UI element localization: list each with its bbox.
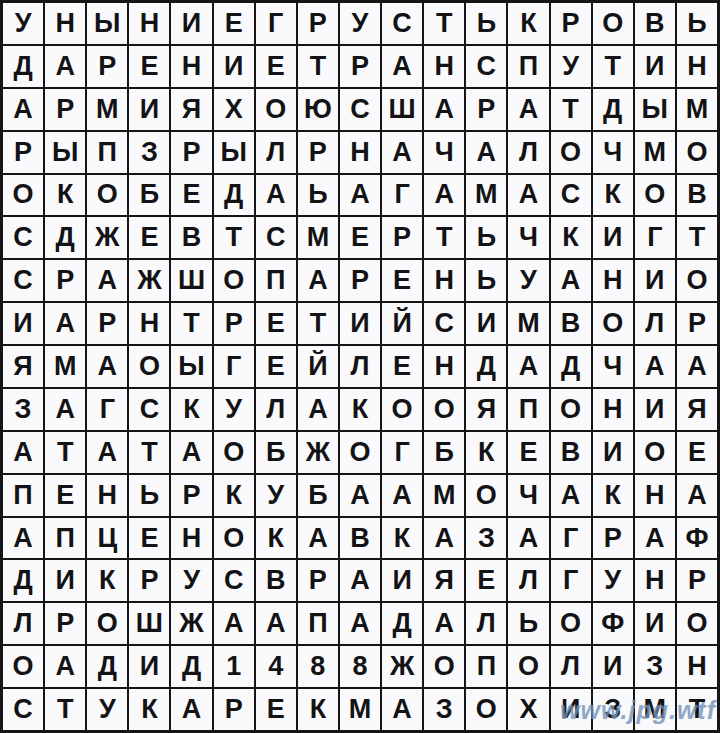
grid-cell[interactable]: Н <box>45 3 85 44</box>
grid-cell[interactable]: Н <box>635 475 675 516</box>
grid-cell[interactable]: А <box>298 389 338 430</box>
grid-cell[interactable]: О <box>214 518 254 559</box>
grid-cell[interactable]: Л <box>340 346 380 387</box>
grid-cell[interactable]: А <box>171 432 211 473</box>
grid-cell[interactable]: И <box>635 260 675 301</box>
grid-cell[interactable]: А <box>298 518 338 559</box>
grid-cell[interactable]: И <box>593 217 633 258</box>
grid-cell[interactable]: И <box>129 89 169 130</box>
grid-cell[interactable]: Ы <box>635 89 675 130</box>
grid-cell[interactable]: О <box>214 432 254 473</box>
grid-cell[interactable]: Р <box>340 46 380 87</box>
grid-cell[interactable]: А <box>256 603 296 644</box>
grid-cell[interactable]: Р <box>129 560 169 601</box>
grid-cell[interactable]: Д <box>551 346 591 387</box>
grid-cell[interactable]: 4 <box>256 646 296 687</box>
grid-cell[interactable]: Т <box>45 689 85 730</box>
grid-cell[interactable]: А <box>551 260 591 301</box>
grid-cell[interactable]: К <box>340 389 380 430</box>
grid-cell[interactable]: Т <box>171 303 211 344</box>
grid-cell[interactable]: О <box>214 260 254 301</box>
grid-cell[interactable]: О <box>424 389 464 430</box>
grid-cell[interactable]: З <box>466 518 506 559</box>
grid-cell[interactable]: Ь <box>129 475 169 516</box>
grid-cell[interactable]: А <box>171 689 211 730</box>
grid-cell[interactable]: Ы <box>171 346 211 387</box>
grid-cell[interactable]: И <box>382 560 422 601</box>
grid-cell[interactable]: Ш <box>129 603 169 644</box>
grid-cell[interactable]: А <box>508 89 548 130</box>
grid-cell[interactable]: Ю <box>298 89 338 130</box>
grid-cell[interactable]: В <box>171 217 211 258</box>
grid-cell[interactable]: Т <box>424 217 464 258</box>
grid-cell[interactable]: И <box>3 303 43 344</box>
grid-cell[interactable]: Р <box>298 3 338 44</box>
grid-cell[interactable]: И <box>466 303 506 344</box>
grid-cell[interactable]: Ы <box>87 3 127 44</box>
grid-cell[interactable]: Е <box>171 175 211 216</box>
grid-cell[interactable]: Ч <box>424 132 464 173</box>
grid-cell[interactable]: Д <box>3 560 43 601</box>
grid-cell[interactable]: О <box>551 132 591 173</box>
grid-cell[interactable]: Я <box>424 560 464 601</box>
grid-cell[interactable]: Г <box>635 217 675 258</box>
grid-cell[interactable]: Ь <box>466 260 506 301</box>
grid-cell[interactable]: А <box>424 175 464 216</box>
grid-cell[interactable]: Н <box>171 518 211 559</box>
grid-cell[interactable]: Р <box>298 560 338 601</box>
grid-cell[interactable]: Б <box>298 475 338 516</box>
grid-cell[interactable]: К <box>593 175 633 216</box>
grid-cell[interactable]: Т <box>214 217 254 258</box>
grid-cell[interactable]: К <box>466 432 506 473</box>
grid-cell[interactable]: К <box>256 518 296 559</box>
grid-cell[interactable]: В <box>551 432 591 473</box>
grid-cell[interactable]: Л <box>256 132 296 173</box>
grid-cell[interactable]: Г <box>87 389 127 430</box>
grid-cell[interactable]: Ч <box>508 475 548 516</box>
grid-cell[interactable]: З <box>635 646 675 687</box>
grid-cell[interactable]: Г <box>551 518 591 559</box>
grid-cell[interactable]: А <box>340 475 380 516</box>
grid-cell[interactable]: Т <box>298 46 338 87</box>
grid-cell[interactable]: И <box>45 560 85 601</box>
grid-cell[interactable]: Т <box>298 303 338 344</box>
grid-cell[interactable]: Е <box>256 46 296 87</box>
grid-cell[interactable]: А <box>3 89 43 130</box>
grid-cell[interactable]: К <box>214 475 254 516</box>
grid-cell[interactable]: А <box>87 432 127 473</box>
grid-cell[interactable]: Ж <box>129 260 169 301</box>
grid-cell[interactable]: О <box>87 603 127 644</box>
grid-cell[interactable]: П <box>256 260 296 301</box>
grid-cell[interactable]: С <box>3 689 43 730</box>
grid-cell[interactable]: О <box>3 646 43 687</box>
grid-cell[interactable]: У <box>593 560 633 601</box>
grid-cell[interactable]: Г <box>382 175 422 216</box>
grid-cell[interactable]: Р <box>171 475 211 516</box>
grid-cell[interactable]: Г <box>256 3 296 44</box>
grid-cell[interactable]: Н <box>171 46 211 87</box>
grid-cell[interactable]: П <box>298 603 338 644</box>
grid-cell[interactable]: А <box>677 475 717 516</box>
grid-cell[interactable]: Р <box>45 260 85 301</box>
grid-cell[interactable]: Л <box>256 389 296 430</box>
grid-cell[interactable]: П <box>45 518 85 559</box>
grid-cell[interactable]: Р <box>214 689 254 730</box>
grid-cell[interactable]: Я <box>677 389 717 430</box>
grid-cell[interactable]: У <box>214 389 254 430</box>
grid-cell[interactable]: О <box>382 389 422 430</box>
grid-cell[interactable]: Л <box>551 646 591 687</box>
grid-cell[interactable]: П <box>508 46 548 87</box>
grid-cell[interactable]: К <box>129 689 169 730</box>
grid-cell[interactable]: Р <box>551 3 591 44</box>
grid-cell[interactable]: А <box>45 389 85 430</box>
grid-cell[interactable]: Н <box>677 46 717 87</box>
grid-cell[interactable]: К <box>87 560 127 601</box>
grid-cell[interactable]: М <box>635 132 675 173</box>
grid-cell[interactable]: О <box>3 175 43 216</box>
grid-cell[interactable]: О <box>256 89 296 130</box>
grid-cell[interactable]: М <box>87 89 127 130</box>
grid-cell[interactable]: Ц <box>87 518 127 559</box>
grid-cell[interactable]: А <box>3 518 43 559</box>
grid-cell[interactable]: А <box>45 303 85 344</box>
grid-cell[interactable]: У <box>340 3 380 44</box>
grid-cell[interactable]: М <box>340 689 380 730</box>
grid-cell[interactable]: С <box>129 389 169 430</box>
grid-cell[interactable]: В <box>551 303 591 344</box>
grid-cell[interactable]: Т <box>424 3 464 44</box>
grid-cell[interactable]: У <box>256 475 296 516</box>
grid-cell[interactable]: Е <box>45 475 85 516</box>
grid-cell[interactable]: Г <box>382 432 422 473</box>
grid-cell[interactable]: Е <box>340 217 380 258</box>
grid-cell[interactable]: Л <box>635 303 675 344</box>
grid-cell[interactable]: Р <box>593 518 633 559</box>
grid-cell[interactable]: И <box>635 603 675 644</box>
grid-cell[interactable]: А <box>382 132 422 173</box>
grid-cell[interactable]: Е <box>508 432 548 473</box>
grid-cell[interactable]: Н <box>593 260 633 301</box>
grid-cell[interactable]: А <box>508 175 548 216</box>
word-search-grid: УНЫНИЕГРУСТЬКРОВЬДАРЕНИЕТРАНСПУТИНАРМИЯХ… <box>0 0 720 733</box>
grid-cell[interactable]: Д <box>382 603 422 644</box>
grid-cell[interactable]: С <box>424 303 464 344</box>
grid-cell[interactable]: Ь <box>677 3 717 44</box>
grid-cell[interactable]: Н <box>593 389 633 430</box>
grid-cell[interactable]: А <box>340 175 380 216</box>
grid-cell[interactable]: Ж <box>87 217 127 258</box>
grid-cell[interactable]: И <box>635 389 675 430</box>
grid-cell[interactable]: И <box>635 46 675 87</box>
grid-cell[interactable]: А <box>340 603 380 644</box>
grid-cell[interactable]: А <box>87 346 127 387</box>
grid-cell[interactable]: Л <box>466 603 506 644</box>
grid-cell[interactable]: О <box>677 603 717 644</box>
grid-cell[interactable]: У <box>508 260 548 301</box>
grid-cell[interactable]: Т <box>45 432 85 473</box>
grid-cell[interactable]: М <box>424 475 464 516</box>
grid-cell[interactable]: Б <box>424 432 464 473</box>
grid-cell[interactable]: О <box>635 432 675 473</box>
grid-cell[interactable]: Е <box>214 3 254 44</box>
grid-cell[interactable]: А <box>508 518 548 559</box>
grid-cell[interactable]: Л <box>508 132 548 173</box>
grid-cell[interactable]: О <box>87 175 127 216</box>
grid-cell[interactable]: Н <box>424 46 464 87</box>
grid-cell[interactable]: П <box>466 646 506 687</box>
grid-cell[interactable]: В <box>340 518 380 559</box>
grid-cell[interactable]: Х <box>508 689 548 730</box>
grid-cell[interactable]: Ь <box>508 603 548 644</box>
grid-cell[interactable]: Р <box>382 217 422 258</box>
grid-cell[interactable]: Ч <box>593 132 633 173</box>
grid-cell[interactable]: Е <box>256 346 296 387</box>
grid-cell[interactable]: Ж <box>298 432 338 473</box>
grid-cell[interactable]: У <box>551 46 591 87</box>
grid-cell[interactable]: О <box>635 175 675 216</box>
grid-cell[interactable]: М <box>635 689 675 730</box>
grid-cell[interactable]: Т <box>551 89 591 130</box>
grid-cell[interactable]: У <box>171 560 211 601</box>
grid-cell[interactable]: И <box>593 646 633 687</box>
grid-cell[interactable]: И <box>551 689 591 730</box>
grid-cell[interactable]: Е <box>129 518 169 559</box>
grid-cell[interactable]: Т <box>677 689 717 730</box>
grid-cell[interactable]: Б <box>129 175 169 216</box>
grid-cell[interactable]: О <box>424 646 464 687</box>
grid-cell[interactable]: К <box>298 689 338 730</box>
grid-cell[interactable]: Д <box>45 217 85 258</box>
grid-cell[interactable]: А <box>466 132 506 173</box>
grid-cell[interactable]: Р <box>171 132 211 173</box>
grid-cell[interactable]: Е <box>677 432 717 473</box>
grid-cell[interactable]: Д <box>171 646 211 687</box>
grid-cell[interactable]: О <box>466 475 506 516</box>
grid-cell[interactable]: Е <box>256 689 296 730</box>
grid-cell[interactable]: П <box>87 132 127 173</box>
grid-cell[interactable]: А <box>382 46 422 87</box>
grid-cell[interactable]: Я <box>3 346 43 387</box>
grid-cell[interactable]: Г <box>551 560 591 601</box>
grid-cell[interactable]: О <box>340 432 380 473</box>
grid-cell[interactable]: П <box>508 389 548 430</box>
grid-cell[interactable]: В <box>677 175 717 216</box>
grid-cell[interactable]: Ж <box>382 646 422 687</box>
grid-cell[interactable]: О <box>551 603 591 644</box>
grid-cell[interactable]: Р <box>87 46 127 87</box>
grid-cell[interactable]: З <box>3 389 43 430</box>
grid-cell[interactable]: К <box>593 475 633 516</box>
grid-cell[interactable]: О <box>508 646 548 687</box>
grid-cell[interactable]: З <box>129 132 169 173</box>
grid-cell[interactable]: Е <box>256 303 296 344</box>
grid-cell[interactable]: Т <box>677 217 717 258</box>
grid-cell[interactable]: А <box>424 518 464 559</box>
grid-cell[interactable]: Н <box>129 303 169 344</box>
grid-cell[interactable]: Т <box>129 432 169 473</box>
grid-cell[interactable]: Г <box>214 346 254 387</box>
grid-cell[interactable]: М <box>466 175 506 216</box>
grid-cell[interactable]: Р <box>45 89 85 130</box>
grid-cell[interactable]: У <box>3 3 43 44</box>
grid-cell[interactable]: Е <box>129 46 169 87</box>
grid-cell[interactable]: Д <box>466 346 506 387</box>
grid-cell[interactable]: С <box>466 46 506 87</box>
grid-cell[interactable]: 8 <box>298 646 338 687</box>
grid-cell[interactable]: Ш <box>171 260 211 301</box>
grid-cell[interactable]: Е <box>466 560 506 601</box>
grid-cell[interactable]: Р <box>3 132 43 173</box>
grid-cell[interactable]: Е <box>382 346 422 387</box>
grid-cell[interactable]: Д <box>87 646 127 687</box>
grid-cell[interactable]: Ф <box>593 603 633 644</box>
grid-cell[interactable]: 1 <box>214 646 254 687</box>
grid-cell[interactable]: А <box>424 89 464 130</box>
grid-cell[interactable]: Й <box>298 346 338 387</box>
grid-cell[interactable]: У <box>87 689 127 730</box>
grid-cell[interactable]: К <box>382 518 422 559</box>
grid-cell[interactable]: С <box>3 260 43 301</box>
grid-cell[interactable]: Ч <box>593 346 633 387</box>
grid-cell[interactable]: Й <box>382 303 422 344</box>
grid-cell[interactable]: Ш <box>382 89 422 130</box>
grid-cell[interactable]: Ж <box>171 603 211 644</box>
grid-cell[interactable]: Р <box>87 303 127 344</box>
grid-cell[interactable]: А <box>298 260 338 301</box>
grid-cell[interactable]: Н <box>635 560 675 601</box>
grid-cell[interactable]: О <box>593 3 633 44</box>
grid-cell[interactable]: О <box>677 132 717 173</box>
grid-cell[interactable]: 8 <box>340 646 380 687</box>
grid-cell[interactable]: Л <box>3 603 43 644</box>
grid-cell[interactable]: Р <box>45 603 85 644</box>
grid-cell[interactable]: В <box>635 3 675 44</box>
grid-cell[interactable]: А <box>382 475 422 516</box>
grid-cell[interactable]: З <box>593 689 633 730</box>
grid-cell[interactable]: П <box>3 475 43 516</box>
grid-cell[interactable]: Л <box>508 560 548 601</box>
grid-cell[interactable]: О <box>466 689 506 730</box>
grid-cell[interactable]: Д <box>214 175 254 216</box>
grid-cell[interactable]: А <box>3 432 43 473</box>
grid-cell[interactable]: М <box>508 303 548 344</box>
grid-cell[interactable]: А <box>551 475 591 516</box>
grid-cell[interactable]: А <box>382 689 422 730</box>
grid-cell[interactable]: Ч <box>508 217 548 258</box>
grid-cell[interactable]: М <box>45 346 85 387</box>
grid-cell[interactable]: И <box>593 432 633 473</box>
grid-cell[interactable]: С <box>551 175 591 216</box>
grid-cell[interactable]: С <box>340 89 380 130</box>
grid-cell[interactable]: С <box>214 560 254 601</box>
grid-cell[interactable]: Я <box>171 89 211 130</box>
grid-cell[interactable]: О <box>677 260 717 301</box>
grid-cell[interactable]: А <box>508 346 548 387</box>
grid-cell[interactable]: Д <box>593 89 633 130</box>
grid-cell[interactable]: Ь <box>466 3 506 44</box>
grid-cell[interactable]: А <box>635 518 675 559</box>
grid-cell[interactable]: Р <box>214 303 254 344</box>
grid-cell[interactable]: Р <box>466 89 506 130</box>
grid-cell[interactable]: Ь <box>466 217 506 258</box>
grid-cell[interactable]: И <box>129 646 169 687</box>
grid-cell[interactable]: Ы <box>214 132 254 173</box>
grid-cell[interactable]: К <box>508 3 548 44</box>
grid-cell[interactable]: С <box>382 3 422 44</box>
grid-cell[interactable]: Т <box>593 46 633 87</box>
grid-cell[interactable]: Е <box>382 260 422 301</box>
grid-cell[interactable]: Н <box>424 260 464 301</box>
grid-cell[interactable]: Ф <box>677 518 717 559</box>
grid-cell[interactable]: Я <box>466 389 506 430</box>
grid-cell[interactable]: А <box>45 646 85 687</box>
grid-cell[interactable]: К <box>551 217 591 258</box>
grid-cell[interactable]: А <box>424 603 464 644</box>
grid-cell[interactable]: И <box>340 303 380 344</box>
grid-cell[interactable]: И <box>171 3 211 44</box>
grid-cell[interactable]: Д <box>3 46 43 87</box>
grid-cell[interactable]: А <box>256 175 296 216</box>
grid-cell[interactable]: А <box>45 46 85 87</box>
word-search-puzzle: УНЫНИЕГРУСТЬКРОВЬДАРЕНИЕТРАНСПУТИНАРМИЯХ… <box>0 0 720 733</box>
grid-cell[interactable]: С <box>3 217 43 258</box>
grid-cell[interactable]: Н <box>129 3 169 44</box>
grid-cell[interactable]: И <box>214 46 254 87</box>
grid-cell[interactable]: А <box>340 560 380 601</box>
grid-cell[interactable]: М <box>298 217 338 258</box>
grid-cell[interactable]: А <box>87 260 127 301</box>
grid-cell[interactable]: О <box>551 389 591 430</box>
grid-cell[interactable]: О <box>593 303 633 344</box>
grid-cell[interactable]: Н <box>424 346 464 387</box>
grid-cell[interactable]: О <box>129 346 169 387</box>
grid-cell[interactable]: В <box>256 560 296 601</box>
grid-cell[interactable]: А <box>677 346 717 387</box>
grid-cell[interactable]: А <box>214 603 254 644</box>
grid-cell[interactable]: К <box>45 175 85 216</box>
grid-cell[interactable]: Х <box>214 89 254 130</box>
grid-cell[interactable]: Е <box>129 217 169 258</box>
grid-cell[interactable]: Н <box>340 132 380 173</box>
grid-cell[interactable]: Р <box>677 303 717 344</box>
grid-cell[interactable]: Н <box>87 475 127 516</box>
grid-cell[interactable]: Р <box>677 560 717 601</box>
grid-cell[interactable]: Н <box>677 646 717 687</box>
grid-cell[interactable]: Ы <box>45 132 85 173</box>
grid-cell[interactable]: С <box>256 217 296 258</box>
grid-cell[interactable]: К <box>171 389 211 430</box>
grid-cell[interactable]: М <box>677 89 717 130</box>
grid-cell[interactable]: Р <box>340 260 380 301</box>
grid-cell[interactable]: А <box>635 346 675 387</box>
grid-cell[interactable]: Р <box>298 132 338 173</box>
grid-cell[interactable]: Ь <box>298 175 338 216</box>
grid-cell[interactable]: Б <box>256 432 296 473</box>
grid-cell[interactable]: З <box>424 689 464 730</box>
